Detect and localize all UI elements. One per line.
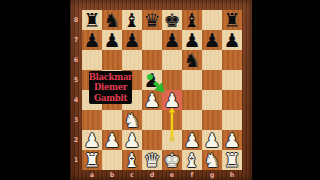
white-bishop-f1: ♝	[182, 150, 202, 170]
square-d3	[142, 110, 162, 130]
rank-label-6: 6	[70, 50, 82, 70]
square-f8: ♝	[182, 10, 202, 30]
black-bishop-c8: ♝	[122, 10, 142, 30]
black-rook-h8: ♜	[222, 10, 242, 30]
white-king-e1: ♚	[162, 150, 182, 170]
black-pawn-e7: ♟	[162, 30, 182, 50]
black-pawn-b7: ♟	[102, 30, 122, 50]
black-knight-f6: ♞	[182, 50, 202, 70]
square-h7: ♟	[222, 30, 242, 50]
square-e5	[162, 70, 182, 90]
square-d7	[142, 30, 162, 50]
square-e2	[162, 130, 182, 150]
black-king-e8: ♚	[162, 10, 182, 30]
square-g2: ♟	[202, 130, 222, 150]
square-b7: ♟	[102, 30, 122, 50]
rank-label-7: 7	[70, 30, 82, 50]
square-h1: ♜	[222, 150, 242, 170]
square-f6: ♞	[182, 50, 202, 70]
square-a3	[82, 110, 102, 130]
square-b2: ♟	[102, 130, 122, 150]
square-h5	[222, 70, 242, 90]
rank-label-1: 1	[70, 150, 82, 170]
black-pawn-a7: ♟	[82, 30, 102, 50]
white-pawn-a2: ♟	[82, 130, 102, 150]
rank-label-3: 3	[70, 110, 82, 130]
board-photo: 87654321 abcdefgh ♜♞♝♛♚♝♜♟♟♟♟♟♟♟♞♟♟♟♞♟♟♟…	[70, 0, 252, 180]
file-label-h: h	[222, 170, 242, 180]
file-label-g: g	[202, 170, 222, 180]
white-pawn-g2: ♟	[202, 130, 222, 150]
square-d4: ♟	[142, 90, 162, 110]
white-rook-a1: ♜	[82, 150, 102, 170]
black-bishop-f8: ♝	[182, 10, 202, 30]
square-h4	[222, 90, 242, 110]
black-pawn-d5: ♟	[142, 70, 162, 90]
black-pawn-h7: ♟	[222, 30, 242, 50]
file-label-b: b	[102, 170, 122, 180]
square-g8	[202, 10, 222, 30]
white-pawn-c2: ♟	[122, 130, 142, 150]
square-e8: ♚	[162, 10, 182, 30]
square-g3	[202, 110, 222, 130]
rank-label-4: 4	[70, 90, 82, 110]
square-e3	[162, 110, 182, 130]
square-c3: ♞	[122, 110, 142, 130]
opening-label-line-3: Gambit	[94, 93, 127, 104]
white-pawn-d4: ♟	[142, 90, 162, 110]
square-f3	[182, 110, 202, 130]
file-label-c: c	[122, 170, 142, 180]
white-queen-d1: ♛	[142, 150, 162, 170]
file-label-d: d	[142, 170, 162, 180]
square-b8: ♞	[102, 10, 122, 30]
square-g5	[202, 70, 222, 90]
black-pawn-c7: ♟	[122, 30, 142, 50]
white-pawn-e4: ♟	[162, 90, 182, 110]
square-g4	[202, 90, 222, 110]
square-f5	[182, 70, 202, 90]
square-g1: ♞	[202, 150, 222, 170]
square-a8: ♜	[82, 10, 102, 30]
opening-label: Blackmar Diemer Gambit	[89, 71, 132, 104]
square-c7: ♟	[122, 30, 142, 50]
left-letterbox-bar	[0, 0, 70, 180]
square-h2: ♟	[222, 130, 242, 150]
square-c6	[122, 50, 142, 70]
square-g7: ♟	[202, 30, 222, 50]
square-h8: ♜	[222, 10, 242, 30]
rank-label-8: 8	[70, 10, 82, 30]
square-d5: ♟	[142, 70, 162, 90]
square-g6	[202, 50, 222, 70]
square-a6	[82, 50, 102, 70]
square-f2: ♟	[182, 130, 202, 150]
square-c1: ♝	[122, 150, 142, 170]
white-bishop-c1: ♝	[122, 150, 142, 170]
rank-labels: 87654321	[70, 10, 82, 170]
right-letterbox-bar	[252, 0, 320, 180]
file-label-f: f	[182, 170, 202, 180]
square-f7: ♟	[182, 30, 202, 50]
file-label-a: a	[82, 170, 102, 180]
square-h6	[222, 50, 242, 70]
square-b1	[102, 150, 122, 170]
black-pawn-g7: ♟	[202, 30, 222, 50]
white-pawn-f2: ♟	[182, 130, 202, 150]
square-e1: ♚	[162, 150, 182, 170]
square-e4: ♟	[162, 90, 182, 110]
square-f1: ♝	[182, 150, 202, 170]
black-pawn-f7: ♟	[182, 30, 202, 50]
square-b6	[102, 50, 122, 70]
opening-label-line-1: Blackmar	[89, 72, 133, 83]
square-d1: ♛	[142, 150, 162, 170]
file-label-e: e	[162, 170, 182, 180]
white-pawn-h2: ♟	[222, 130, 242, 150]
white-pawn-b2: ♟	[102, 130, 122, 150]
square-c8: ♝	[122, 10, 142, 30]
square-d2	[142, 130, 162, 150]
white-rook-h1: ♜	[222, 150, 242, 170]
opening-label-line-2: Diemer	[94, 82, 127, 93]
square-h3	[222, 110, 242, 130]
square-c2: ♟	[122, 130, 142, 150]
square-e7: ♟	[162, 30, 182, 50]
square-a2: ♟	[82, 130, 102, 150]
square-a1: ♜	[82, 150, 102, 170]
square-d8: ♛	[142, 10, 162, 30]
file-labels: abcdefgh	[82, 170, 242, 180]
rank-label-5: 5	[70, 70, 82, 90]
black-rook-a8: ♜	[82, 10, 102, 30]
square-e6	[162, 50, 182, 70]
black-queen-d8: ♛	[142, 10, 162, 30]
square-b3	[102, 110, 122, 130]
rank-label-2: 2	[70, 130, 82, 150]
video-frame: 87654321 abcdefgh ♜♞♝♛♚♝♜♟♟♟♟♟♟♟♞♟♟♟♞♟♟♟…	[0, 0, 320, 180]
square-f4	[182, 90, 202, 110]
white-knight-c3: ♞	[122, 110, 142, 130]
square-a7: ♟	[82, 30, 102, 50]
white-knight-g1: ♞	[202, 150, 222, 170]
square-d6	[142, 50, 162, 70]
black-knight-b8: ♞	[102, 10, 122, 30]
